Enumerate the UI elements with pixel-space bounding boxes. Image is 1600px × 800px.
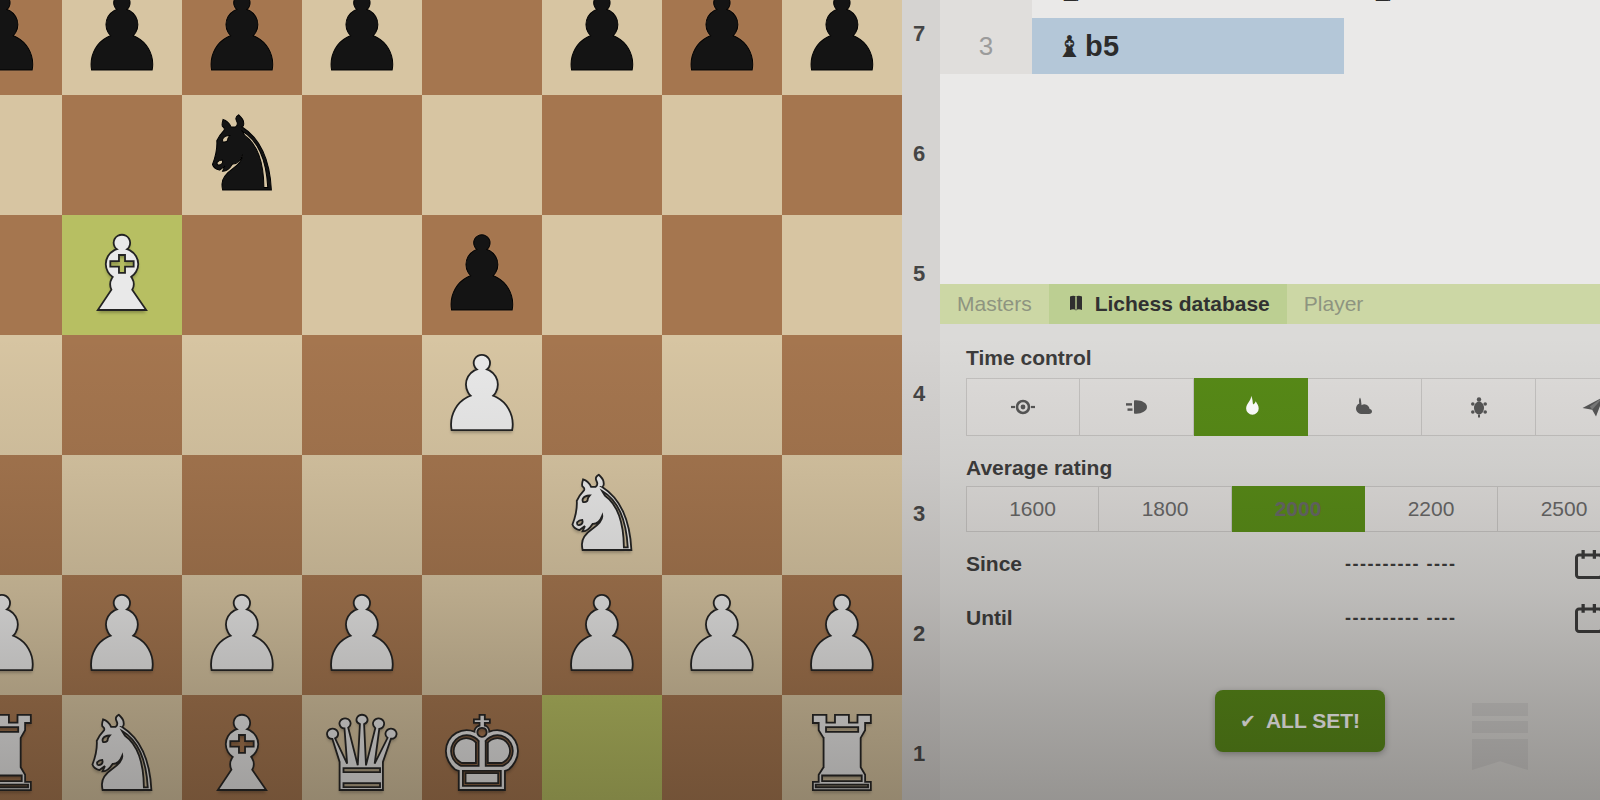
time-control-classical[interactable] bbox=[1422, 378, 1536, 436]
square-a2[interactable]: ♟ bbox=[0, 575, 62, 695]
tab-label: Lichess database bbox=[1095, 292, 1270, 316]
time-control-rapid[interactable] bbox=[1308, 378, 1422, 436]
rank-label-6: 6 bbox=[902, 141, 936, 167]
tab-label: Player bbox=[1304, 292, 1364, 316]
substack-logo[interactable] bbox=[1472, 703, 1528, 770]
square-c3[interactable] bbox=[182, 455, 302, 575]
square-b7[interactable]: ♟ bbox=[62, 0, 182, 95]
substack-logo-bar bbox=[1472, 703, 1528, 716]
square-a6[interactable] bbox=[0, 95, 62, 215]
square-f4[interactable] bbox=[542, 335, 662, 455]
square-a4[interactable] bbox=[0, 335, 62, 455]
square-c1[interactable]: ♝ bbox=[182, 695, 302, 800]
square-a7[interactable]: ♟ bbox=[0, 0, 62, 95]
move-2-white[interactable]: ♞f3 bbox=[1032, 0, 1344, 18]
piece-black-pawn: ♟ bbox=[782, 0, 902, 95]
piece-black-pawn: ♟ bbox=[302, 0, 422, 95]
square-b1[interactable]: ♞ bbox=[62, 695, 182, 800]
chess-board-viewport: ♜♝♛♚♝♞♜♟♟♟♟♟♟♟♞♝♟♟♞♟♟♟♟♟♟♟♜♞♝♛♚♜ bbox=[0, 0, 902, 800]
piece-white-king: ♚ bbox=[422, 695, 542, 800]
move-3-black[interactable] bbox=[1344, 18, 1600, 74]
lichess-analysis-screen: ♜♝♛♚♝♞♜♟♟♟♟♟♟♟♞♝♟♟♞♟♟♟♟♟♟♟♜♞♝♛♚♜ 7654321… bbox=[0, 0, 1600, 800]
square-h5[interactable] bbox=[782, 215, 902, 335]
square-h1[interactable]: ♜ bbox=[782, 695, 902, 800]
figurine-icon: ♞ bbox=[1368, 0, 1395, 8]
average-rating-heading: Average rating bbox=[966, 456, 1112, 480]
square-f7[interactable]: ♟ bbox=[542, 0, 662, 95]
square-h3[interactable] bbox=[782, 455, 902, 575]
check-icon: ✔ bbox=[1240, 710, 1256, 732]
piece-black-knight: ♞ bbox=[182, 95, 302, 215]
rank-label-1: 1 bbox=[902, 741, 936, 767]
square-f5[interactable] bbox=[542, 215, 662, 335]
square-a3[interactable] bbox=[0, 455, 62, 575]
piece-white-rook: ♜ bbox=[782, 695, 902, 800]
piece-white-rook: ♜ bbox=[0, 695, 62, 800]
square-g7[interactable]: ♟ bbox=[662, 0, 782, 95]
square-c7[interactable]: ♟ bbox=[182, 0, 302, 95]
square-f6[interactable] bbox=[542, 95, 662, 215]
move-3-white[interactable]: ♝b5 bbox=[1032, 18, 1344, 74]
square-e5[interactable]: ♟ bbox=[422, 215, 542, 335]
all-set-label: ALL SET! bbox=[1266, 709, 1360, 733]
piece-white-queen: ♛ bbox=[302, 695, 422, 800]
chess-board: ♜♝♛♚♝♞♜♟♟♟♟♟♟♟♞♝♟♟♞♟♟♟♟♟♟♟♜♞♝♛♚♜ bbox=[0, 0, 902, 800]
book-icon bbox=[1066, 294, 1086, 314]
square-g6[interactable] bbox=[662, 95, 782, 215]
move-number: 2 bbox=[940, 0, 1032, 18]
piece-black-pawn: ♟ bbox=[542, 0, 662, 95]
square-g5[interactable] bbox=[662, 215, 782, 335]
square-d4[interactable] bbox=[302, 335, 422, 455]
piece-white-bishop: ♝ bbox=[182, 695, 302, 800]
piece-white-pawn: ♟ bbox=[782, 575, 902, 695]
piece-white-pawn: ♟ bbox=[302, 575, 422, 695]
square-h6[interactable] bbox=[782, 95, 902, 215]
square-c4[interactable] bbox=[182, 335, 302, 455]
square-d2[interactable]: ♟ bbox=[302, 575, 422, 695]
piece-white-pawn: ♟ bbox=[182, 575, 302, 695]
square-e6[interactable] bbox=[422, 95, 542, 215]
square-b4[interactable] bbox=[62, 335, 182, 455]
rank-label-4: 4 bbox=[902, 381, 936, 407]
time-control-correspondence[interactable] bbox=[1536, 378, 1600, 436]
square-e4[interactable]: ♟ bbox=[422, 335, 542, 455]
move-rows: 2♞f3♞c63♝b5 bbox=[940, 0, 1600, 74]
piece-black-pawn: ♟ bbox=[662, 0, 782, 95]
calendar-icon[interactable] bbox=[1574, 602, 1600, 640]
rank-label-7: 7 bbox=[902, 21, 936, 47]
square-b5[interactable]: ♝ bbox=[62, 215, 182, 335]
rating-2500[interactable]: 2500 bbox=[1498, 486, 1600, 532]
square-f1[interactable] bbox=[542, 695, 662, 800]
square-c2[interactable]: ♟ bbox=[182, 575, 302, 695]
rating-2000[interactable]: 2000 bbox=[1232, 486, 1365, 532]
square-g1[interactable] bbox=[662, 695, 782, 800]
square-d6[interactable] bbox=[302, 95, 422, 215]
until-row: Until ---------- ---- bbox=[940, 604, 1600, 638]
rank-label-2: 2 bbox=[902, 621, 936, 647]
square-e2[interactable] bbox=[422, 575, 542, 695]
square-h2[interactable]: ♟ bbox=[782, 575, 902, 695]
time-control-options bbox=[966, 378, 1600, 436]
piece-black-pawn: ♟ bbox=[62, 0, 182, 95]
square-a1[interactable]: ♜ bbox=[0, 695, 62, 800]
square-g3[interactable] bbox=[662, 455, 782, 575]
square-h4[interactable] bbox=[782, 335, 902, 455]
until-date-input[interactable]: ---------- ---- bbox=[1345, 608, 1456, 629]
square-a5[interactable] bbox=[0, 215, 62, 335]
square-e3[interactable] bbox=[422, 455, 542, 575]
tab-lichess-database[interactable]: Lichess database bbox=[1049, 284, 1287, 324]
since-label: Since bbox=[966, 552, 1022, 576]
until-label: Until bbox=[966, 606, 1013, 630]
piece-white-pawn: ♟ bbox=[0, 575, 62, 695]
flame-icon bbox=[1238, 394, 1264, 420]
move-text: c6 bbox=[1397, 0, 1430, 7]
time-control-ultrabullet[interactable] bbox=[966, 378, 1080, 436]
analysis-side-panel: 2♞f3♞c63♝b5 MastersLichess databasePlaye… bbox=[940, 0, 1600, 800]
square-g2[interactable]: ♟ bbox=[662, 575, 782, 695]
rating-1600[interactable]: 1600 bbox=[966, 486, 1099, 532]
square-d3[interactable] bbox=[302, 455, 422, 575]
rank-coordinates-gutter: 7654321 bbox=[902, 0, 940, 800]
bullet-icon bbox=[1125, 395, 1149, 419]
turtle-icon bbox=[1467, 395, 1491, 419]
explorer-tab-bar: MastersLichess databasePlayer bbox=[940, 284, 1600, 324]
square-c6[interactable]: ♞ bbox=[182, 95, 302, 215]
calendar-icon[interactable] bbox=[1574, 548, 1600, 586]
piece-black-pawn: ♟ bbox=[0, 0, 62, 95]
since-row: Since ---------- ---- bbox=[940, 550, 1600, 584]
square-b6[interactable] bbox=[62, 95, 182, 215]
move-list: 2♞f3♞c63♝b5 bbox=[940, 0, 1600, 284]
ultrabullet-icon bbox=[1011, 395, 1035, 419]
figurine-icon: ♞ bbox=[1056, 0, 1083, 8]
square-h7[interactable]: ♟ bbox=[782, 0, 902, 95]
move-text: b5 bbox=[1085, 30, 1120, 63]
average-rating-options: 16001800200022002500 bbox=[966, 486, 1600, 532]
all-set-button[interactable]: ✔ ALL SET! bbox=[1215, 690, 1385, 752]
square-e1[interactable]: ♚ bbox=[422, 695, 542, 800]
piece-black-pawn: ♟ bbox=[182, 0, 302, 95]
square-b3[interactable] bbox=[62, 455, 182, 575]
piece-white-bishop: ♝ bbox=[62, 215, 182, 335]
square-g4[interactable] bbox=[662, 335, 782, 455]
square-d5[interactable] bbox=[302, 215, 422, 335]
square-b2[interactable]: ♟ bbox=[62, 575, 182, 695]
square-f3[interactable]: ♞ bbox=[542, 455, 662, 575]
piece-white-pawn: ♟ bbox=[662, 575, 782, 695]
tab-masters[interactable]: Masters bbox=[940, 284, 1049, 324]
move-row-3: 3♝b5 bbox=[940, 18, 1600, 74]
time-control-blitz[interactable] bbox=[1194, 378, 1308, 436]
move-number: 3 bbox=[940, 18, 1032, 74]
square-e7[interactable] bbox=[422, 0, 542, 95]
piece-white-pawn: ♟ bbox=[62, 575, 182, 695]
rank-label-5: 5 bbox=[902, 261, 936, 287]
piece-black-pawn: ♟ bbox=[422, 215, 542, 335]
move-2-black[interactable]: ♞c6 bbox=[1344, 0, 1600, 18]
substack-logo-bookmark bbox=[1472, 739, 1528, 770]
square-d7[interactable]: ♟ bbox=[302, 0, 422, 95]
square-c5[interactable] bbox=[182, 215, 302, 335]
piece-white-knight: ♞ bbox=[542, 455, 662, 575]
move-text: f3 bbox=[1085, 0, 1112, 7]
paper-plane-icon bbox=[1581, 395, 1600, 419]
rabbit-icon bbox=[1353, 395, 1377, 419]
rating-2200[interactable]: 2200 bbox=[1365, 486, 1498, 532]
substack-logo-bar bbox=[1472, 721, 1528, 733]
move-row-2: 2♞f3♞c6 bbox=[940, 0, 1600, 18]
time-control-heading: Time control bbox=[966, 346, 1092, 370]
rating-1800[interactable]: 1800 bbox=[1099, 486, 1232, 532]
figurine-icon: ♝ bbox=[1056, 29, 1083, 64]
tab-player[interactable]: Player bbox=[1287, 284, 1381, 324]
since-date-input[interactable]: ---------- ---- bbox=[1345, 554, 1456, 575]
piece-white-pawn: ♟ bbox=[422, 335, 542, 455]
square-f2[interactable]: ♟ bbox=[542, 575, 662, 695]
time-control-bullet[interactable] bbox=[1080, 378, 1194, 436]
square-d1[interactable]: ♛ bbox=[302, 695, 422, 800]
tab-label: Masters bbox=[957, 292, 1032, 316]
rank-label-3: 3 bbox=[902, 501, 936, 527]
piece-white-pawn: ♟ bbox=[542, 575, 662, 695]
piece-white-knight: ♞ bbox=[62, 695, 182, 800]
